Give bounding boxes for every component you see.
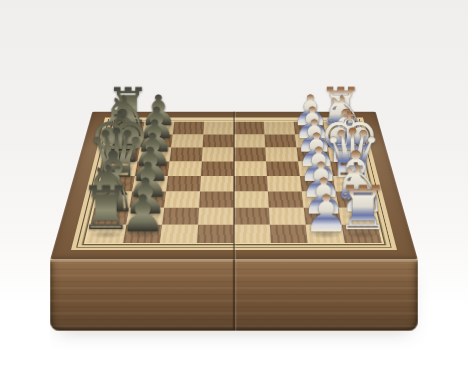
board-top-frame: ♜♟♟♜♞♟♟♞♝♟♟♝♚♟♟♚♛♟♟♛♝♟♟♝♞♟♟♞♜♟♟♜: [50, 112, 418, 260]
square-f6[interactable]: [170, 148, 203, 162]
chess-board-box: ♜♟♟♜♞♟♟♞♝♟♟♝♚♟♟♚♛♟♟♛♝♟♟♝♞♟♟♞♜♟♟♜: [50, 112, 418, 260]
square-a4[interactable]: [234, 225, 271, 243]
square-f3[interactable]: [265, 148, 298, 162]
board-fold-seam-front: [233, 259, 235, 330]
square-f5[interactable]: [202, 148, 234, 162]
square-b5[interactable]: [198, 208, 234, 225]
square-a3[interactable]: [270, 225, 308, 243]
square-c3[interactable]: [268, 191, 304, 207]
photo-backdrop: ♜♟♟♜♞♟♟♞♝♟♟♝♚♟♟♚♛♟♟♛♝♟♟♝♞♟♟♞♜♟♟♜: [0, 0, 468, 382]
board-box-front: [50, 259, 418, 330]
square-c4[interactable]: [234, 191, 269, 207]
square-g3[interactable]: [265, 134, 297, 147]
square-d3[interactable]: [267, 176, 302, 191]
square-e4[interactable]: [234, 161, 267, 176]
square-g5[interactable]: [203, 134, 234, 147]
square-b3[interactable]: [269, 208, 306, 225]
square-e3[interactable]: [266, 161, 300, 176]
board-border-band: ♜♟♟♜♞♟♟♞♝♟♟♝♚♟♟♚♛♟♟♛♝♟♟♝♞♟♟♞♜♟♟♜: [71, 117, 397, 250]
square-c5[interactable]: [199, 191, 234, 207]
square-b4[interactable]: [234, 208, 270, 225]
square-d4[interactable]: [234, 176, 268, 191]
square-c6[interactable]: [164, 191, 200, 207]
square-h5[interactable]: [203, 122, 234, 135]
square-h6[interactable]: [173, 122, 204, 135]
square-g4[interactable]: [234, 134, 265, 147]
square-a6[interactable]: [160, 225, 198, 243]
square-f4[interactable]: [234, 148, 266, 162]
square-d6[interactable]: [166, 176, 201, 191]
square-h3[interactable]: [264, 122, 295, 135]
square-a1[interactable]: ♜: [342, 225, 382, 243]
square-h4[interactable]: [234, 122, 265, 135]
board-squares: ♜♟♟♜♞♟♟♞♝♟♟♝♚♟♟♚♛♟♟♛♝♟♟♝♞♟♟♞♜♟♟♜: [86, 122, 382, 243]
square-b6[interactable]: [162, 208, 199, 225]
square-d5[interactable]: [200, 176, 234, 191]
square-g6[interactable]: [171, 134, 203, 147]
square-e5[interactable]: [201, 161, 234, 176]
piece-white-rook[interactable]: ♜: [336, 179, 390, 239]
square-a7[interactable]: ♟: [123, 225, 162, 243]
square-e6[interactable]: [168, 161, 202, 176]
square-a5[interactable]: [197, 225, 234, 243]
piece-black-pawn[interactable]: ♟: [119, 188, 165, 239]
